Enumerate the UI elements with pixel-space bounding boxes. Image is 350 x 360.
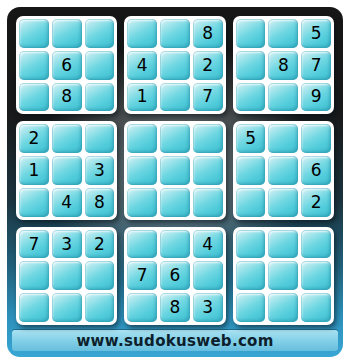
block-9 — [233, 227, 334, 325]
cell-r2c9[interactable]: 7 — [301, 51, 331, 80]
cell-r2c4[interactable]: 4 — [127, 51, 157, 80]
cell-r7c4[interactable] — [127, 230, 157, 259]
cell-r9c8[interactable] — [268, 293, 298, 322]
cell-r3c5[interactable] — [160, 83, 190, 112]
cell-r6c1[interactable] — [19, 188, 49, 217]
cell-r6c9[interactable]: 2 — [301, 188, 331, 217]
cell-r9c1[interactable] — [19, 293, 49, 322]
block-5 — [124, 121, 225, 219]
cell-r1c3[interactable] — [85, 19, 115, 48]
cell-r7c2[interactable]: 3 — [52, 230, 82, 259]
cell-r1c4[interactable] — [127, 19, 157, 48]
cell-r8c4[interactable]: 7 — [127, 261, 157, 290]
cell-r4c6[interactable] — [193, 124, 223, 153]
cell-r4c5[interactable] — [160, 124, 190, 153]
block-6: 5 6 2 — [233, 121, 334, 219]
cell-r7c9[interactable] — [301, 230, 331, 259]
cell-r9c7[interactable] — [236, 293, 266, 322]
cell-r5c8[interactable] — [268, 156, 298, 185]
cell-r4c3[interactable] — [85, 124, 115, 153]
cell-r5c3[interactable]: 3 — [85, 156, 115, 185]
footer-bar: www.sudokusweb.com — [12, 330, 338, 351]
cell-r8c8[interactable] — [268, 261, 298, 290]
cell-r5c2[interactable] — [52, 156, 82, 185]
cell-r5c9[interactable]: 6 — [301, 156, 331, 185]
cell-r7c7[interactable] — [236, 230, 266, 259]
cell-r2c3[interactable] — [85, 51, 115, 80]
cell-r3c2[interactable]: 8 — [52, 83, 82, 112]
cell-r6c4[interactable] — [127, 188, 157, 217]
cell-r2c7[interactable] — [236, 51, 266, 80]
cell-r4c4[interactable] — [127, 124, 157, 153]
cell-r2c1[interactable] — [19, 51, 49, 80]
cell-r8c7[interactable] — [236, 261, 266, 290]
cell-r3c1[interactable] — [19, 83, 49, 112]
cell-r2c6[interactable]: 2 — [193, 51, 223, 80]
cell-r9c9[interactable] — [301, 293, 331, 322]
cell-r1c8[interactable] — [268, 19, 298, 48]
cell-r9c4[interactable] — [127, 293, 157, 322]
sudoku-board: 6 8 8 4 2 1 7 5 — [16, 16, 334, 325]
cell-r2c8[interactable]: 8 — [268, 51, 298, 80]
cell-r8c6[interactable] — [193, 261, 223, 290]
cell-r1c2[interactable] — [52, 19, 82, 48]
cell-r5c5[interactable] — [160, 156, 190, 185]
cell-r6c2[interactable]: 4 — [52, 188, 82, 217]
cell-r4c1[interactable]: 2 — [19, 124, 49, 153]
website-url: www.sudokusweb.com — [76, 332, 273, 350]
cell-r1c1[interactable] — [19, 19, 49, 48]
cell-r8c5[interactable]: 6 — [160, 261, 190, 290]
cell-r3c6[interactable]: 7 — [193, 83, 223, 112]
block-7: 7 3 2 — [16, 227, 117, 325]
cell-r3c4[interactable]: 1 — [127, 83, 157, 112]
block-1: 6 8 — [16, 16, 117, 114]
block-8: 4 7 6 8 3 — [124, 227, 225, 325]
cell-r4c7[interactable]: 5 — [236, 124, 266, 153]
cell-r4c2[interactable] — [52, 124, 82, 153]
cell-r5c6[interactable] — [193, 156, 223, 185]
block-4: 2 1 3 4 8 — [16, 121, 117, 219]
cell-r1c7[interactable] — [236, 19, 266, 48]
cell-r3c3[interactable] — [85, 83, 115, 112]
cell-r3c8[interactable] — [268, 83, 298, 112]
cell-r2c5[interactable] — [160, 51, 190, 80]
cell-r5c7[interactable] — [236, 156, 266, 185]
cell-r3c9[interactable]: 9 — [301, 83, 331, 112]
cell-r7c1[interactable]: 7 — [19, 230, 49, 259]
cell-r9c3[interactable] — [85, 293, 115, 322]
cell-r6c6[interactable] — [193, 188, 223, 217]
cell-r1c6[interactable]: 8 — [193, 19, 223, 48]
cell-r7c3[interactable]: 2 — [85, 230, 115, 259]
cell-r5c4[interactable] — [127, 156, 157, 185]
cell-r6c3[interactable]: 8 — [85, 188, 115, 217]
sudoku-widget: 6 8 8 4 2 1 7 5 — [0, 0, 350, 360]
cell-r6c5[interactable] — [160, 188, 190, 217]
cell-r6c7[interactable] — [236, 188, 266, 217]
block-2: 8 4 2 1 7 — [124, 16, 225, 114]
cell-r8c1[interactable] — [19, 261, 49, 290]
cell-r3c7[interactable] — [236, 83, 266, 112]
cell-r5c1[interactable]: 1 — [19, 156, 49, 185]
cell-r8c3[interactable] — [85, 261, 115, 290]
cell-r8c9[interactable] — [301, 261, 331, 290]
cell-r9c5[interactable]: 8 — [160, 293, 190, 322]
cell-r6c8[interactable] — [268, 188, 298, 217]
cell-r2c2[interactable]: 6 — [52, 51, 82, 80]
cell-r1c9[interactable]: 5 — [301, 19, 331, 48]
cell-r7c6[interactable]: 4 — [193, 230, 223, 259]
cell-r9c2[interactable] — [52, 293, 82, 322]
board-frame: 6 8 8 4 2 1 7 5 — [7, 7, 343, 357]
cell-r8c2[interactable] — [52, 261, 82, 290]
cell-r1c5[interactable] — [160, 19, 190, 48]
cell-r9c6[interactable]: 3 — [193, 293, 223, 322]
block-3: 5 8 7 9 — [233, 16, 334, 114]
cell-r7c5[interactable] — [160, 230, 190, 259]
cell-r4c8[interactable] — [268, 124, 298, 153]
cell-r4c9[interactable] — [301, 124, 331, 153]
cell-r7c8[interactable] — [268, 230, 298, 259]
